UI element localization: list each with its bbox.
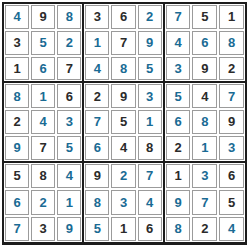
cell-r3c7[interactable]: 3 (166, 57, 191, 81)
cell-r2c9[interactable]: 8 (219, 31, 244, 55)
cell-r9c2[interactable]: 3 (31, 217, 55, 241)
cell-r9c9[interactable]: 4 (219, 217, 244, 241)
cell-r6c9[interactable]: 3 (219, 136, 244, 160)
cell-r7c3[interactable]: 4 (57, 164, 81, 188)
cell-r4c1[interactable]: 8 (5, 84, 29, 108)
cell-r4c5[interactable]: 9 (111, 84, 135, 108)
cell-r1c6[interactable]: 2 (138, 5, 162, 29)
cell-r4c3[interactable]: 6 (57, 84, 81, 108)
cell-r8c8[interactable]: 7 (192, 190, 217, 214)
cell-r1c5[interactable]: 6 (111, 5, 135, 29)
cell-r5c7[interactable]: 6 (166, 110, 191, 134)
cell-r1c4[interactable]: 3 (85, 5, 109, 29)
cell-r1c9[interactable]: 1 (219, 5, 244, 29)
cell-r6c1[interactable]: 9 (5, 136, 29, 160)
cell-r2c6[interactable]: 9 (138, 31, 162, 55)
cell-r6c3[interactable]: 5 (57, 136, 81, 160)
cell-r8c6[interactable]: 4 (138, 190, 162, 214)
cell-r6c8[interactable]: 1 (192, 136, 217, 160)
cell-r1c1[interactable]: 4 (5, 5, 29, 29)
cell-r2c7[interactable]: 4 (166, 31, 191, 55)
cell-r3c6[interactable]: 5 (138, 57, 162, 81)
cell-r4c7[interactable]: 5 (166, 84, 191, 108)
box-r2c1: 816243975 (4, 83, 84, 162)
cell-r3c5[interactable]: 8 (111, 57, 135, 81)
sudoku-board: 4983521673621794857514683928162439752937… (2, 2, 247, 245)
box-r1c2: 362179485 (84, 4, 164, 83)
cell-r2c3[interactable]: 2 (57, 31, 81, 55)
cell-r5c3[interactable]: 3 (57, 110, 81, 134)
cell-r4c4[interactable]: 2 (85, 84, 109, 108)
cell-r6c4[interactable]: 6 (85, 136, 109, 160)
box-r1c1: 498352167 (4, 4, 84, 83)
box-r3c2: 927834516 (84, 163, 164, 242)
cell-r6c6[interactable]: 8 (138, 136, 162, 160)
cell-r3c4[interactable]: 4 (85, 57, 109, 81)
cell-r9c8[interactable]: 2 (192, 217, 217, 241)
cell-r6c7[interactable]: 2 (166, 136, 191, 160)
cell-r6c2[interactable]: 7 (31, 136, 55, 160)
box-r3c1: 584621739 (4, 163, 84, 242)
cell-r7c6[interactable]: 7 (138, 164, 162, 188)
box-r1c3: 751468392 (165, 4, 245, 83)
cell-r9c6[interactable]: 6 (138, 217, 162, 241)
cell-r8c7[interactable]: 9 (166, 190, 191, 214)
cell-r7c1[interactable]: 5 (5, 164, 29, 188)
cell-r4c8[interactable]: 4 (192, 84, 217, 108)
cell-r5c8[interactable]: 8 (192, 110, 217, 134)
cell-r6c5[interactable]: 4 (111, 136, 135, 160)
cell-r9c5[interactable]: 1 (111, 217, 135, 241)
cell-r5c1[interactable]: 2 (5, 110, 29, 134)
cell-r4c6[interactable]: 3 (138, 84, 162, 108)
cell-r7c4[interactable]: 9 (85, 164, 109, 188)
cell-r8c3[interactable]: 1 (57, 190, 81, 214)
cell-r2c5[interactable]: 7 (111, 31, 135, 55)
cell-r8c5[interactable]: 3 (111, 190, 135, 214)
cell-r5c4[interactable]: 7 (85, 110, 109, 134)
cell-r8c2[interactable]: 2 (31, 190, 55, 214)
cell-r2c8[interactable]: 6 (192, 31, 217, 55)
cell-r3c2[interactable]: 6 (31, 57, 55, 81)
cell-r7c2[interactable]: 8 (31, 164, 55, 188)
cell-r2c1[interactable]: 3 (5, 31, 29, 55)
cell-r4c2[interactable]: 1 (31, 84, 55, 108)
cell-r4c9[interactable]: 7 (219, 84, 244, 108)
cell-r5c5[interactable]: 5 (111, 110, 135, 134)
cell-r9c1[interactable]: 7 (5, 217, 29, 241)
cell-r1c8[interactable]: 5 (192, 5, 217, 29)
cell-r1c7[interactable]: 7 (166, 5, 191, 29)
cell-r3c3[interactable]: 7 (57, 57, 81, 81)
cell-r7c8[interactable]: 3 (192, 164, 217, 188)
cell-r9c7[interactable]: 8 (166, 217, 191, 241)
box-r2c2: 293751648 (84, 83, 164, 162)
cell-r3c9[interactable]: 2 (219, 57, 244, 81)
cell-r8c9[interactable]: 5 (219, 190, 244, 214)
box-r3c3: 136975824 (165, 163, 245, 242)
cell-r5c9[interactable]: 9 (219, 110, 244, 134)
cell-r2c2[interactable]: 5 (31, 31, 55, 55)
cell-r8c4[interactable]: 8 (85, 190, 109, 214)
cell-r3c8[interactable]: 9 (192, 57, 217, 81)
cell-r9c3[interactable]: 9 (57, 217, 81, 241)
cell-r2c4[interactable]: 1 (85, 31, 109, 55)
cell-r5c6[interactable]: 1 (138, 110, 162, 134)
cell-r7c9[interactable]: 6 (219, 164, 244, 188)
box-r2c3: 547689213 (165, 83, 245, 162)
cell-r5c2[interactable]: 4 (31, 110, 55, 134)
cell-r9c4[interactable]: 5 (85, 217, 109, 241)
cell-r1c3[interactable]: 8 (57, 5, 81, 29)
cell-r7c5[interactable]: 2 (111, 164, 135, 188)
cell-r1c2[interactable]: 9 (31, 5, 55, 29)
cell-r7c7[interactable]: 1 (166, 164, 191, 188)
cell-r8c1[interactable]: 6 (5, 190, 29, 214)
cell-r3c1[interactable]: 1 (5, 57, 29, 81)
